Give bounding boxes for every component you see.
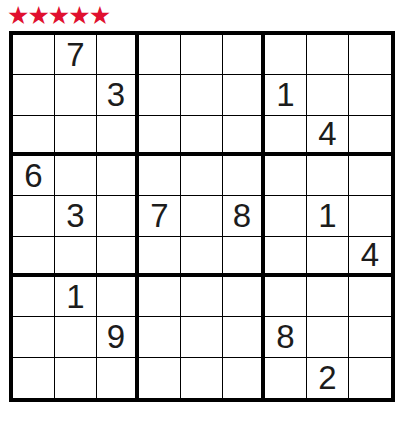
cell-r7c3[interactable] <box>97 277 139 317</box>
cell-r9c8[interactable]: 2 <box>307 358 349 398</box>
cell-r4c5[interactable] <box>181 156 223 196</box>
cell-r5c1[interactable] <box>13 196 55 236</box>
cell-r4c7[interactable] <box>265 156 307 196</box>
cell-r2c1[interactable] <box>13 75 55 115</box>
cell-r8c8[interactable] <box>307 317 349 357</box>
cell-r3c9[interactable] <box>349 116 391 156</box>
cell-r1c7[interactable] <box>265 35 307 75</box>
cell-r7c6[interactable] <box>223 277 265 317</box>
cell-r7c5[interactable] <box>181 277 223 317</box>
cell-r4c9[interactable] <box>349 156 391 196</box>
cell-r5c8[interactable]: 1 <box>307 196 349 236</box>
cell-r3c8[interactable]: 4 <box>307 116 349 156</box>
cell-r6c1[interactable] <box>13 237 55 277</box>
cell-r1c4[interactable] <box>139 35 181 75</box>
cell-r9c3[interactable] <box>97 358 139 398</box>
cell-r2c7[interactable]: 1 <box>265 75 307 115</box>
cell-r5c9[interactable] <box>349 196 391 236</box>
cell-r1c8[interactable] <box>307 35 349 75</box>
cell-r6c8[interactable] <box>307 237 349 277</box>
cell-r3c5[interactable] <box>181 116 223 156</box>
cell-r1c9[interactable] <box>349 35 391 75</box>
cell-r9c4[interactable] <box>139 358 181 398</box>
cell-r1c1[interactable] <box>13 35 55 75</box>
cell-r4c2[interactable] <box>55 156 97 196</box>
cell-r3c1[interactable] <box>13 116 55 156</box>
cell-r6c7[interactable] <box>265 237 307 277</box>
cell-r9c9[interactable] <box>349 358 391 398</box>
cell-r1c3[interactable] <box>97 35 139 75</box>
cell-r2c3[interactable]: 3 <box>97 75 139 115</box>
cell-r8c2[interactable] <box>55 317 97 357</box>
cell-r6c6[interactable] <box>223 237 265 277</box>
cell-r5c3[interactable] <box>97 196 139 236</box>
cell-r2c5[interactable] <box>181 75 223 115</box>
difficulty-stars: ★★★★★ <box>7 1 109 29</box>
cell-r8c5[interactable] <box>181 317 223 357</box>
cell-r8c3[interactable]: 9 <box>97 317 139 357</box>
cell-r5c4[interactable]: 7 <box>139 196 181 236</box>
cell-r3c6[interactable] <box>223 116 265 156</box>
cell-r6c4[interactable] <box>139 237 181 277</box>
cell-r3c4[interactable] <box>139 116 181 156</box>
cell-r4c8[interactable] <box>307 156 349 196</box>
star-icon: ★ <box>27 1 47 29</box>
cell-r5c5[interactable] <box>181 196 223 236</box>
cell-r6c3[interactable] <box>97 237 139 277</box>
cell-r8c7[interactable]: 8 <box>265 317 307 357</box>
cell-r7c9[interactable] <box>349 277 391 317</box>
star-icon: ★ <box>48 1 68 29</box>
cell-r1c2[interactable]: 7 <box>55 35 97 75</box>
cell-r5c7[interactable] <box>265 196 307 236</box>
cell-r9c1[interactable] <box>13 358 55 398</box>
cell-r3c2[interactable] <box>55 116 97 156</box>
cell-r8c1[interactable] <box>13 317 55 357</box>
cell-r3c3[interactable] <box>97 116 139 156</box>
cell-r7c2[interactable]: 1 <box>55 277 97 317</box>
cell-r8c9[interactable] <box>349 317 391 357</box>
cell-r9c5[interactable] <box>181 358 223 398</box>
star-icon: ★ <box>89 1 109 29</box>
cell-r4c6[interactable] <box>223 156 265 196</box>
cell-r6c5[interactable] <box>181 237 223 277</box>
cell-r8c4[interactable] <box>139 317 181 357</box>
cell-r4c4[interactable] <box>139 156 181 196</box>
cell-r2c9[interactable] <box>349 75 391 115</box>
star-icon: ★ <box>7 1 27 29</box>
cell-r4c3[interactable] <box>97 156 139 196</box>
cell-r1c5[interactable] <box>181 35 223 75</box>
cell-r6c9[interactable]: 4 <box>349 237 391 277</box>
cell-r2c8[interactable] <box>307 75 349 115</box>
cell-r9c2[interactable] <box>55 358 97 398</box>
cell-r2c6[interactable] <box>223 75 265 115</box>
cell-r8c6[interactable] <box>223 317 265 357</box>
cell-r7c1[interactable] <box>13 277 55 317</box>
cell-r9c6[interactable] <box>223 358 265 398</box>
cell-r7c8[interactable] <box>307 277 349 317</box>
cell-r2c2[interactable] <box>55 75 97 115</box>
cell-r7c4[interactable] <box>139 277 181 317</box>
cell-r2c4[interactable] <box>139 75 181 115</box>
cell-r4c1[interactable]: 6 <box>13 156 55 196</box>
cell-r1c6[interactable] <box>223 35 265 75</box>
sudoku-board: 73146378141982 <box>9 31 395 402</box>
cell-r6c2[interactable] <box>55 237 97 277</box>
cell-r5c2[interactable]: 3 <box>55 196 97 236</box>
cell-r5c6[interactable]: 8 <box>223 196 265 236</box>
cell-r7c7[interactable] <box>265 277 307 317</box>
cell-r9c7[interactable] <box>265 358 307 398</box>
cell-r3c7[interactable] <box>265 116 307 156</box>
star-icon: ★ <box>68 1 88 29</box>
